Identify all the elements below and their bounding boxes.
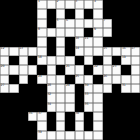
- block-r14c2: [19, 131, 28, 140]
- block-r12c0: [0, 112, 9, 121]
- cell-r8c12[interactable]: [112, 75, 121, 84]
- clue-number-22: 22: [94, 65, 98, 69]
- block-r2c3: [28, 19, 37, 28]
- cell-r5c2[interactable]: 13: [19, 47, 28, 56]
- block-r4c12: [112, 37, 121, 46]
- block-r1c1: [9, 9, 18, 18]
- cell-r6c4[interactable]: 18: [37, 56, 46, 65]
- cell-r7c1[interactable]: [9, 65, 18, 74]
- cell-r14c6[interactable]: [56, 131, 65, 140]
- block-r0c1: [9, 0, 18, 9]
- cell-r5c0[interactable]: 12: [0, 47, 9, 56]
- block-r2c12: [112, 19, 121, 28]
- block-r1c3: [28, 9, 37, 18]
- block-r1c12: [112, 9, 121, 18]
- cell-r9c0[interactable]: 27: [0, 84, 9, 93]
- cell-r7c8[interactable]: [75, 65, 84, 74]
- block-r12c5: [47, 112, 56, 121]
- clue-number-12: 12: [1, 47, 5, 51]
- cell-r2c6[interactable]: 5: [56, 19, 65, 28]
- block-r6c1: [9, 56, 18, 65]
- block-r4c3: [28, 37, 37, 46]
- block-r11c14: [131, 103, 140, 112]
- block-r9c8: [75, 84, 84, 93]
- block-r10c11: [103, 93, 112, 102]
- cell-r11c6[interactable]: [56, 103, 65, 112]
- cell-r1c8[interactable]: [75, 9, 84, 18]
- block-r10c12: [112, 93, 121, 102]
- clue-number-6: 6: [66, 19, 68, 23]
- block-r14c1: [9, 131, 18, 140]
- cell-r5c4[interactable]: [37, 47, 46, 56]
- cell-r3c10[interactable]: 9: [93, 28, 102, 37]
- cell-r10c9[interactable]: 33: [84, 93, 93, 102]
- cell-r7c12[interactable]: 23: [112, 65, 121, 74]
- cell-r0c6[interactable]: 2: [56, 0, 65, 9]
- block-r1c11: [103, 9, 112, 18]
- block-r11c2: [19, 103, 28, 112]
- clue-number-11: 11: [85, 37, 89, 41]
- block-r2c5: [47, 19, 56, 28]
- cell-r7c0[interactable]: 20: [0, 65, 9, 74]
- cell-r4c6[interactable]: [56, 37, 65, 46]
- cell-r9c10[interactable]: [93, 84, 102, 93]
- cell-r9c1[interactable]: [9, 84, 18, 93]
- cell-r0c4[interactable]: 1: [37, 0, 46, 9]
- block-r0c14: [131, 0, 140, 9]
- clue-number-2: 2: [57, 0, 59, 4]
- block-r12c14: [131, 112, 140, 121]
- clue-number-39: 39: [38, 131, 42, 135]
- clue-number-33: 33: [85, 93, 89, 97]
- cell-r6c9[interactable]: [84, 56, 93, 65]
- cell-r13c4[interactable]: [37, 121, 46, 130]
- cell-r3c11[interactable]: [103, 28, 112, 37]
- clue-number-25: 25: [75, 75, 79, 79]
- cell-r0c5[interactable]: [47, 0, 56, 9]
- block-r2c13: [121, 19, 130, 28]
- cell-r14c10[interactable]: [93, 131, 102, 140]
- cell-r5c12[interactable]: [112, 47, 121, 56]
- block-r4c11: [103, 37, 112, 46]
- block-r1c14: [131, 9, 140, 18]
- block-r6c10: [93, 56, 102, 65]
- clue-number-18: 18: [38, 56, 42, 60]
- cell-r7c7[interactable]: 21: [65, 65, 74, 74]
- block-r7c13: [121, 65, 130, 74]
- block-r0c11: [103, 0, 112, 9]
- clue-number-23: 23: [113, 65, 117, 69]
- block-r8c7: [65, 75, 74, 84]
- cell-r9c14[interactable]: [131, 84, 140, 93]
- crossword-grid: 1234567891011121314151617181920212223242…: [0, 0, 140, 140]
- block-r10c0: [0, 93, 9, 102]
- cell-r11c5[interactable]: 34: [47, 103, 56, 112]
- block-r10c4: [37, 93, 46, 102]
- clue-number-29: 29: [66, 84, 70, 88]
- block-r10c3: [28, 93, 37, 102]
- clue-number-19: 19: [122, 56, 126, 60]
- block-r11c3: [28, 103, 37, 112]
- cell-r5c9[interactable]: [84, 47, 93, 56]
- cell-r1c6[interactable]: [56, 9, 65, 18]
- block-r13c12: [112, 121, 121, 130]
- cell-r3c7[interactable]: [65, 28, 74, 37]
- block-r7c9: [84, 65, 93, 74]
- block-r0c3: [28, 0, 37, 9]
- block-r13c1: [9, 121, 18, 130]
- cell-r13c10[interactable]: [93, 121, 102, 130]
- block-r3c14: [131, 28, 140, 37]
- cell-r14c8[interactable]: [75, 131, 84, 140]
- cell-r9c7[interactable]: 29: [65, 84, 74, 93]
- cell-r7c3[interactable]: [28, 65, 37, 74]
- block-r13c2: [19, 121, 28, 130]
- cell-r6c5[interactable]: [47, 56, 56, 65]
- clue-number-15: 15: [103, 47, 107, 51]
- clue-number-13: 13: [19, 47, 23, 51]
- clue-number-20: 20: [1, 65, 5, 69]
- clue-number-38: 38: [75, 112, 79, 116]
- block-r11c13: [121, 103, 130, 112]
- clue-number-9: 9: [94, 28, 96, 32]
- block-r2c14: [131, 19, 140, 28]
- block-r12c11: [103, 112, 112, 121]
- block-r9c12: [112, 84, 121, 93]
- clue-number-31: 31: [122, 84, 126, 88]
- clue-number-5: 5: [57, 19, 59, 23]
- cell-r7c10[interactable]: 22: [93, 65, 102, 74]
- block-r11c12: [112, 103, 121, 112]
- block-r12c1: [9, 112, 18, 121]
- cell-r8c11[interactable]: 26: [103, 75, 112, 84]
- cell-r12c6[interactable]: [56, 112, 65, 121]
- cell-r6c7[interactable]: [65, 56, 74, 65]
- clue-number-37: 37: [38, 112, 42, 116]
- cell-r7c2[interactable]: [19, 65, 28, 74]
- cell-r5c8[interactable]: 14: [75, 47, 84, 56]
- cell-r6c14[interactable]: [131, 56, 140, 65]
- block-r1c9: [84, 9, 93, 18]
- cell-r12c10[interactable]: [93, 112, 102, 121]
- cell-r5c14[interactable]: 17: [131, 47, 140, 56]
- clue-number-7: 7: [103, 19, 105, 23]
- cell-r7c5[interactable]: [47, 65, 56, 74]
- block-r9c3: [28, 84, 37, 93]
- block-r13c3: [28, 121, 37, 130]
- block-r3c1: [9, 28, 18, 37]
- block-r2c2: [19, 19, 28, 28]
- block-r13c14: [131, 121, 140, 130]
- cell-r13c8[interactable]: [75, 121, 84, 130]
- clue-number-34: 34: [47, 103, 51, 107]
- cell-r2c8[interactable]: [75, 19, 84, 28]
- cell-r2c9[interactable]: [84, 19, 93, 28]
- block-r9c4: [37, 84, 46, 93]
- block-r14c11: [103, 131, 112, 140]
- cell-r9c6[interactable]: [56, 84, 65, 93]
- cell-r6c6[interactable]: [56, 56, 65, 65]
- block-r14c13: [121, 131, 130, 140]
- block-r14c3: [28, 131, 37, 140]
- block-r12c7: [65, 112, 74, 121]
- cell-r12c8[interactable]: 38: [75, 112, 84, 121]
- block-r13c9: [84, 121, 93, 130]
- block-r3c2: [19, 28, 28, 37]
- cell-r3c5[interactable]: [47, 28, 56, 37]
- clue-number-16: 16: [122, 47, 126, 51]
- block-r0c12: [112, 0, 121, 9]
- block-r14c12: [112, 131, 121, 140]
- block-r3c0: [0, 28, 9, 37]
- block-r4c1: [9, 37, 18, 46]
- block-r0c2: [19, 0, 28, 9]
- clue-number-1: 1: [38, 0, 40, 4]
- clue-number-30: 30: [85, 84, 89, 88]
- cell-r6c13[interactable]: 19: [121, 56, 130, 65]
- cell-r11c10[interactable]: [93, 103, 102, 112]
- cell-r6c0[interactable]: [0, 56, 9, 65]
- cell-r5c10[interactable]: [93, 47, 102, 56]
- cell-r6c11[interactable]: [103, 56, 112, 65]
- block-r7c6: [56, 65, 65, 74]
- cell-r5c6[interactable]: [56, 47, 65, 56]
- block-r1c13: [121, 9, 130, 18]
- cell-r8c6[interactable]: [56, 75, 65, 84]
- block-r6c8: [75, 56, 84, 65]
- cell-r0c10[interactable]: 4: [93, 0, 102, 9]
- cell-r8c4[interactable]: 24: [37, 75, 46, 84]
- cell-r3c4[interactable]: 8: [37, 28, 46, 37]
- block-r13c5: [47, 121, 56, 130]
- block-r14c14: [131, 131, 140, 140]
- block-r10c14: [131, 93, 140, 102]
- cell-r0c8[interactable]: 3: [75, 0, 84, 9]
- block-r12c2: [19, 112, 28, 121]
- cell-r13c6[interactable]: [56, 121, 65, 130]
- block-r3c13: [121, 28, 130, 37]
- block-r4c5: [47, 37, 56, 46]
- block-r10c8: [75, 93, 84, 102]
- clue-number-24: 24: [38, 75, 42, 79]
- block-r11c8: [75, 103, 84, 112]
- cell-r9c9[interactable]: 30: [84, 84, 93, 93]
- cell-r0c9[interactable]: [84, 0, 93, 9]
- cell-r8c2[interactable]: [19, 75, 28, 84]
- block-r6c12: [112, 56, 121, 65]
- block-r1c2: [19, 9, 28, 18]
- cell-r5c1[interactable]: [9, 47, 18, 56]
- cell-r7c14[interactable]: [131, 65, 140, 74]
- clue-number-10: 10: [75, 37, 79, 41]
- block-r10c2: [19, 93, 28, 102]
- block-r14c0: [0, 131, 9, 140]
- block-r12c12: [112, 112, 121, 121]
- block-r6c3: [28, 56, 37, 65]
- clue-number-3: 3: [75, 0, 77, 4]
- block-r12c9: [84, 112, 93, 121]
- cell-r8c9[interactable]: [84, 75, 93, 84]
- cell-r14c9[interactable]: [84, 131, 93, 140]
- clue-number-14: 14: [75, 47, 79, 51]
- clue-number-4: 4: [94, 0, 96, 4]
- cell-r8c8[interactable]: 25: [75, 75, 84, 84]
- cell-r14c5[interactable]: [47, 131, 56, 140]
- cell-r9c13[interactable]: 31: [121, 84, 130, 93]
- cell-r4c8[interactable]: 10: [75, 37, 84, 46]
- crossword-image: 1234567891011121314151617181920212223242…: [0, 0, 140, 140]
- cell-r10c7[interactable]: [65, 93, 74, 102]
- cell-r12c4[interactable]: 37: [37, 112, 46, 121]
- block-r13c13: [121, 121, 130, 130]
- cell-r3c6[interactable]: [56, 28, 65, 37]
- cell-r2c10[interactable]: [93, 19, 102, 28]
- clue-number-21: 21: [66, 65, 70, 69]
- clue-number-26: 26: [103, 75, 107, 79]
- cell-r9c11[interactable]: [103, 84, 112, 93]
- block-r3c12: [112, 28, 121, 37]
- clue-number-35: 35: [85, 103, 89, 107]
- cell-r2c7[interactable]: 6: [65, 19, 74, 28]
- cell-r1c10[interactable]: [93, 9, 102, 18]
- cell-r12c3[interactable]: 36: [28, 112, 37, 121]
- block-r2c0: [0, 19, 9, 28]
- block-r0c13: [121, 0, 130, 9]
- block-r11c4: [37, 103, 46, 112]
- cell-r8c14[interactable]: [131, 75, 140, 84]
- block-r4c0: [0, 37, 9, 46]
- block-r5c5: [47, 47, 56, 56]
- cell-r11c9[interactable]: 35: [84, 103, 93, 112]
- block-r4c13: [121, 37, 130, 46]
- cell-r3c8[interactable]: [75, 28, 84, 37]
- cell-r2c4[interactable]: [37, 19, 46, 28]
- cell-r5c3[interactable]: [28, 47, 37, 56]
- block-r11c1: [9, 103, 18, 112]
- cell-r10c5[interactable]: 32: [47, 93, 56, 102]
- block-r12c13: [121, 112, 130, 121]
- block-r1c5: [47, 9, 56, 18]
- clue-number-36: 36: [29, 112, 33, 116]
- cell-r4c10[interactable]: [93, 37, 102, 46]
- cell-r8c13[interactable]: [121, 75, 130, 84]
- block-r13c7: [65, 121, 74, 130]
- cell-r0c7[interactable]: [65, 0, 74, 9]
- cell-r5c13[interactable]: 16: [121, 47, 130, 56]
- block-r1c7: [65, 9, 74, 18]
- cell-r5c11[interactable]: 15: [103, 47, 112, 56]
- block-r4c7: [65, 37, 74, 46]
- cell-r1c4[interactable]: [37, 9, 46, 18]
- clue-number-28: 28: [47, 84, 51, 88]
- block-r5c7: [65, 47, 74, 56]
- clue-number-32: 32: [47, 93, 51, 97]
- block-r4c2: [19, 37, 28, 46]
- cell-r4c4[interactable]: [37, 37, 46, 46]
- cell-r2c11[interactable]: 7: [103, 19, 112, 28]
- block-r9c2: [19, 84, 28, 93]
- block-r3c3: [28, 28, 37, 37]
- block-r8c3: [28, 75, 37, 84]
- block-r10c1: [9, 93, 18, 102]
- block-r3c9: [84, 28, 93, 37]
- block-r11c11: [103, 103, 112, 112]
- cell-r4c9[interactable]: 11: [84, 37, 93, 46]
- block-r8c10: [93, 75, 102, 84]
- cell-r14c4[interactable]: 39: [37, 131, 46, 140]
- cell-r7c11[interactable]: [103, 65, 112, 74]
- block-r2c1: [9, 19, 18, 28]
- block-r11c0: [0, 103, 9, 112]
- block-r13c11: [103, 121, 112, 130]
- clue-number-8: 8: [38, 28, 40, 32]
- block-r13c0: [0, 121, 9, 130]
- cell-r14c7[interactable]: [65, 131, 74, 140]
- block-r4c14: [131, 37, 140, 46]
- cell-r9c5[interactable]: 28: [47, 84, 56, 93]
- block-r1c0: [0, 9, 9, 18]
- cell-r8c0[interactable]: [0, 75, 9, 84]
- clue-number-17: 17: [131, 47, 135, 51]
- block-r7c4: [37, 65, 46, 74]
- block-r0c0: [0, 0, 9, 9]
- clue-number-27: 27: [1, 84, 5, 88]
- cell-r10c10[interactable]: [93, 93, 102, 102]
- block-r10c13: [121, 93, 130, 102]
- block-r8c1: [9, 75, 18, 84]
- cell-r6c2[interactable]: [19, 56, 28, 65]
- cell-r8c5[interactable]: [47, 75, 56, 84]
- cell-r10c6[interactable]: [56, 93, 65, 102]
- cell-r11c7[interactable]: [65, 103, 74, 112]
